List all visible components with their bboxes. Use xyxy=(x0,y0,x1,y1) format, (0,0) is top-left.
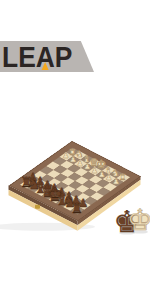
chess-piece-light-p: ♟ xyxy=(91,167,98,175)
chess-piece-light-r: ♜ xyxy=(119,173,126,181)
chess-piece-dark-r: ♜ xyxy=(70,201,83,215)
chess-piece-light-p: ♟ xyxy=(84,163,91,171)
chess-piece-light-p: ♟ xyxy=(77,160,84,168)
chess-piece-light-p: ♟ xyxy=(105,174,112,182)
brass-clasp xyxy=(35,205,40,209)
chess-piece-light-p: ♟ xyxy=(113,178,120,186)
chess-piece-light-p: ♟ xyxy=(69,156,76,164)
chess-piece-light-p: ♟ xyxy=(98,171,105,179)
product-image: LEAP ♜♞♟♝♟♛♟♚♟♝♟♞♟♜♟♟♟♟♜♟♞♟♝♟♛♟♚♟♝♟♞♜ ♚♚ xyxy=(0,0,150,300)
chess-set-photo: ♜♞♟♝♟♛♟♚♟♝♟♞♟♜♟♟♟♟♜♟♞♟♝♟♛♟♚♟♝♟♞♜ ♚♚ xyxy=(0,0,150,300)
chess-piece-light-p: ♟ xyxy=(62,152,69,160)
display-piece-light-king: ♚ xyxy=(127,206,150,235)
